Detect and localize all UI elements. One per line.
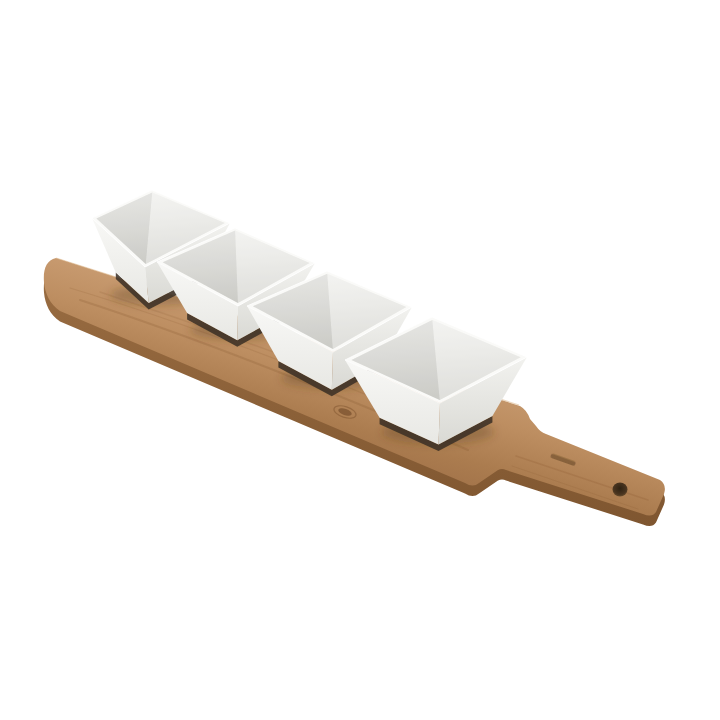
handle-hole — [613, 483, 628, 497]
serving-board-scene — [0, 0, 720, 720]
product-photo — [0, 0, 720, 720]
